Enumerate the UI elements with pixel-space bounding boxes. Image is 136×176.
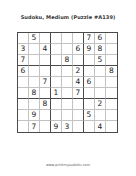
sudoku-cell-r1c2: 5 xyxy=(29,33,40,44)
sudoku-cell-r2c3: 4 xyxy=(40,44,51,55)
sudoku-cell-r8c7: 5 xyxy=(84,110,95,121)
sudoku-cell-r5c2 xyxy=(29,77,40,88)
sudoku-cell-r9c6 xyxy=(73,121,84,132)
sudoku-cell-r9c3 xyxy=(40,121,51,132)
sudoku-cell-r5c4 xyxy=(51,77,62,88)
sudoku-cell-r5c8 xyxy=(95,77,106,88)
sudoku-cell-r7c4 xyxy=(51,99,62,110)
sudoku-cell-r7c8: 2 xyxy=(95,99,106,110)
sudoku-cell-r7c1 xyxy=(18,99,29,110)
sudoku-cell-r6c8 xyxy=(95,88,106,99)
sudoku-cell-r5c5 xyxy=(62,77,73,88)
sudoku-cell-r9c1 xyxy=(18,121,29,132)
sudoku-cell-r5c1 xyxy=(18,77,29,88)
sudoku-cell-r1c1 xyxy=(18,33,29,44)
sudoku-cell-r5c3: 7 xyxy=(40,77,51,88)
sudoku-cell-r7c2 xyxy=(29,99,40,110)
sudoku-cell-r3c3 xyxy=(40,55,51,66)
sudoku-cell-r3c4 xyxy=(51,55,62,66)
sudoku-cell-r6c1 xyxy=(18,88,29,99)
sudoku-cell-r3c8: 5 xyxy=(95,55,106,66)
sudoku-cell-r1c7: 7 xyxy=(84,33,95,44)
sudoku-cell-r6c5 xyxy=(62,88,73,99)
sudoku-cell-r4c3 xyxy=(40,66,51,77)
sudoku-cell-r3c7 xyxy=(84,55,95,66)
sudoku-cell-r7c6 xyxy=(73,99,84,110)
sudoku-cell-r2c2 xyxy=(29,44,40,55)
sudoku-cell-r4c6: 2 xyxy=(73,66,84,77)
sudoku-cell-r2c1: 3 xyxy=(18,44,29,55)
sudoku-cell-r4c1: 6 xyxy=(18,66,29,77)
sudoku-cell-r1c8: 6 xyxy=(95,33,106,44)
sudoku-cell-r1c4 xyxy=(51,33,62,44)
sudoku-cell-r2c4 xyxy=(51,44,62,55)
sudoku-cell-r7c7 xyxy=(84,99,95,110)
sudoku-grid: 5763469878562874681782957934 xyxy=(17,32,118,133)
sudoku-cell-r6c2: 8 xyxy=(29,88,40,99)
sudoku-cell-r5c9 xyxy=(106,77,117,88)
sudoku-cell-r9c7 xyxy=(84,121,95,132)
sudoku-cell-r8c2: 9 xyxy=(29,110,40,121)
sudoku-cell-r7c5 xyxy=(62,99,73,110)
sudoku-cell-r4c4 xyxy=(51,66,62,77)
page-title: Sudoku, Medium (Puzzle #A139) xyxy=(0,14,136,20)
sudoku-cell-r6c7 xyxy=(84,88,95,99)
sudoku-cell-r6c4: 1 xyxy=(51,88,62,99)
sudoku-cell-r1c9 xyxy=(106,33,117,44)
sudoku-cell-r2c5 xyxy=(62,44,73,55)
sudoku-cell-r8c3 xyxy=(40,110,51,121)
sudoku-cell-r4c5 xyxy=(62,66,73,77)
sudoku-cell-r3c5: 8 xyxy=(62,55,73,66)
sudoku-cell-r8c1 xyxy=(18,110,29,121)
sudoku-cell-r4c7 xyxy=(84,66,95,77)
sudoku-cell-r5c6: 4 xyxy=(73,77,84,88)
sudoku-cell-r9c5: 3 xyxy=(62,121,73,132)
sudoku-cell-r8c6 xyxy=(73,110,84,121)
sudoku-cell-r8c9 xyxy=(106,110,117,121)
sudoku-cell-r8c5 xyxy=(62,110,73,121)
sudoku-cell-r9c9 xyxy=(106,121,117,132)
sudoku-cell-r2c6: 6 xyxy=(73,44,84,55)
sudoku-cell-r1c6 xyxy=(73,33,84,44)
sudoku-cell-r7c9 xyxy=(106,99,117,110)
sudoku-cell-r5c7: 6 xyxy=(84,77,95,88)
sudoku-cell-r6c9 xyxy=(106,88,117,99)
sudoku-cell-r6c6: 7 xyxy=(73,88,84,99)
footer-url: www.printmysudoku.com xyxy=(0,163,136,167)
sudoku-cell-r6c3 xyxy=(40,88,51,99)
sudoku-cell-r3c1: 7 xyxy=(18,55,29,66)
sudoku-cell-r8c8 xyxy=(95,110,106,121)
sudoku-cell-r9c8: 4 xyxy=(95,121,106,132)
sudoku-cell-r3c6 xyxy=(73,55,84,66)
sudoku-cell-r4c2 xyxy=(29,66,40,77)
sudoku-cell-r7c3: 8 xyxy=(40,99,51,110)
sudoku-cell-r1c5 xyxy=(62,33,73,44)
sudoku-sheet: Sudoku, Medium (Puzzle #A139) 5763469878… xyxy=(0,0,136,176)
sudoku-cell-r3c2 xyxy=(29,55,40,66)
sudoku-cell-r2c8: 8 xyxy=(95,44,106,55)
sudoku-cell-r3c9 xyxy=(106,55,117,66)
sudoku-cell-r9c2: 7 xyxy=(29,121,40,132)
sudoku-cell-r2c7: 9 xyxy=(84,44,95,55)
sudoku-cell-r4c9: 8 xyxy=(106,66,117,77)
sudoku-cell-r1c3 xyxy=(40,33,51,44)
sudoku-cell-r4c8 xyxy=(95,66,106,77)
sudoku-cell-r8c4 xyxy=(51,110,62,121)
sudoku-cell-r2c9 xyxy=(106,44,117,55)
sudoku-cell-r9c4: 9 xyxy=(51,121,62,132)
